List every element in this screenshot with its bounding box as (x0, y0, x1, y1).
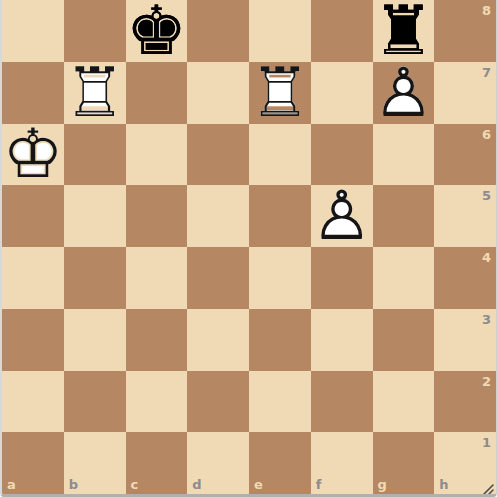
white-king[interactable]: ♚♔ (2, 124, 64, 186)
square-a7[interactable] (2, 62, 64, 124)
square-a1[interactable]: a (2, 432, 64, 494)
chess-app-window: ♚♚♜♜8♜♖♜♖♟♙7♚♔6♟♙5432abcdefgh1 (0, 0, 497, 497)
square-g4[interactable] (373, 247, 435, 309)
coordinate-file-b: b (69, 478, 78, 491)
square-e8[interactable] (249, 0, 311, 62)
square-b1[interactable]: b (64, 432, 126, 494)
square-b3[interactable] (64, 309, 126, 371)
resize-grip-icon[interactable] (481, 480, 494, 493)
coordinate-file-c: c (131, 478, 139, 491)
square-d8[interactable] (187, 0, 249, 62)
square-c1[interactable]: c (126, 432, 188, 494)
square-h4[interactable]: 4 (434, 247, 496, 309)
square-b2[interactable] (64, 371, 126, 433)
piece-glyph-outline: ♙ (311, 185, 373, 247)
piece-glyph-fill: ♜ (64, 62, 126, 124)
square-h3[interactable]: 3 (434, 309, 496, 371)
black-king[interactable]: ♚♚ (126, 0, 188, 62)
coordinate-file-h: h (439, 478, 448, 491)
square-a3[interactable] (2, 309, 64, 371)
piece-glyph-outline: ♖ (249, 62, 311, 124)
square-a4[interactable] (2, 247, 64, 309)
square-f6[interactable] (311, 124, 373, 186)
square-d3[interactable] (187, 309, 249, 371)
square-e7[interactable]: ♜♖ (249, 62, 311, 124)
square-h7[interactable]: 7 (434, 62, 496, 124)
coordinate-file-e: e (254, 478, 263, 491)
square-b7[interactable]: ♜♖ (64, 62, 126, 124)
coordinate-rank-3: 3 (482, 313, 491, 326)
coordinate-rank-8: 8 (482, 4, 491, 17)
square-h6[interactable]: 6 (434, 124, 496, 186)
square-h2[interactable]: 2 (434, 371, 496, 433)
square-b6[interactable] (64, 124, 126, 186)
piece-glyph-fill: ♟ (311, 185, 373, 247)
piece-glyph-fill: ♟ (373, 62, 435, 124)
square-d2[interactable] (187, 371, 249, 433)
square-g7[interactable]: ♟♙ (373, 62, 435, 124)
square-e1[interactable]: e (249, 432, 311, 494)
white-pawn[interactable]: ♟♙ (311, 185, 373, 247)
piece-glyph-fill: ♚ (2, 124, 64, 186)
square-g6[interactable] (373, 124, 435, 186)
square-f4[interactable] (311, 247, 373, 309)
square-a5[interactable] (2, 185, 64, 247)
square-g5[interactable] (373, 185, 435, 247)
square-h5[interactable]: 5 (434, 185, 496, 247)
square-c7[interactable] (126, 62, 188, 124)
square-g2[interactable] (373, 371, 435, 433)
white-pawn[interactable]: ♟♙ (373, 62, 435, 124)
square-e4[interactable] (249, 247, 311, 309)
piece-glyph-outline: ♜ (373, 0, 435, 62)
square-e5[interactable] (249, 185, 311, 247)
square-f3[interactable] (311, 309, 373, 371)
square-c2[interactable] (126, 371, 188, 433)
square-e2[interactable] (249, 371, 311, 433)
square-b8[interactable] (64, 0, 126, 62)
coordinate-file-g: g (378, 478, 387, 491)
square-a2[interactable] (2, 371, 64, 433)
piece-glyph-outline: ♔ (2, 124, 64, 186)
square-b4[interactable] (64, 247, 126, 309)
coordinate-rank-6: 6 (482, 128, 491, 141)
chess-board: ♚♚♜♜8♜♖♜♖♟♙7♚♔6♟♙5432abcdefgh1 (2, 0, 496, 494)
square-c6[interactable] (126, 124, 188, 186)
square-a8[interactable] (2, 0, 64, 62)
square-g3[interactable] (373, 309, 435, 371)
square-e3[interactable] (249, 309, 311, 371)
piece-glyph-fill: ♜ (373, 0, 435, 62)
square-c4[interactable] (126, 247, 188, 309)
square-b5[interactable] (64, 185, 126, 247)
black-rook[interactable]: ♜♜ (373, 0, 435, 62)
square-f7[interactable] (311, 62, 373, 124)
coordinate-rank-1: 1 (482, 436, 491, 449)
square-f8[interactable] (311, 0, 373, 62)
square-d7[interactable] (187, 62, 249, 124)
coordinate-rank-2: 2 (482, 375, 491, 388)
square-f1[interactable]: f (311, 432, 373, 494)
coordinate-rank-5: 5 (482, 189, 491, 202)
square-c3[interactable] (126, 309, 188, 371)
white-rook[interactable]: ♜♖ (249, 62, 311, 124)
coordinate-rank-7: 7 (482, 66, 491, 79)
coordinate-rank-4: 4 (482, 251, 491, 264)
square-g1[interactable]: g (373, 432, 435, 494)
square-a6[interactable]: ♚♔ (2, 124, 64, 186)
piece-glyph-outline: ♖ (64, 62, 126, 124)
coordinate-file-a: a (7, 478, 16, 491)
square-d5[interactable] (187, 185, 249, 247)
square-f5[interactable]: ♟♙ (311, 185, 373, 247)
piece-glyph-outline: ♚ (126, 0, 188, 62)
square-d4[interactable] (187, 247, 249, 309)
square-f2[interactable] (311, 371, 373, 433)
square-c5[interactable] (126, 185, 188, 247)
square-d1[interactable]: d (187, 432, 249, 494)
piece-glyph-outline: ♙ (373, 62, 435, 124)
piece-glyph-fill: ♚ (126, 0, 188, 62)
coordinate-file-d: d (192, 478, 201, 491)
piece-glyph-fill: ♜ (249, 62, 311, 124)
square-e6[interactable] (249, 124, 311, 186)
square-h8[interactable]: 8 (434, 0, 496, 62)
coordinate-file-f: f (316, 478, 322, 491)
square-d6[interactable] (187, 124, 249, 186)
square-g8[interactable]: ♜♜ (373, 0, 435, 62)
white-rook[interactable]: ♜♖ (64, 62, 126, 124)
square-c8[interactable]: ♚♚ (126, 0, 188, 62)
